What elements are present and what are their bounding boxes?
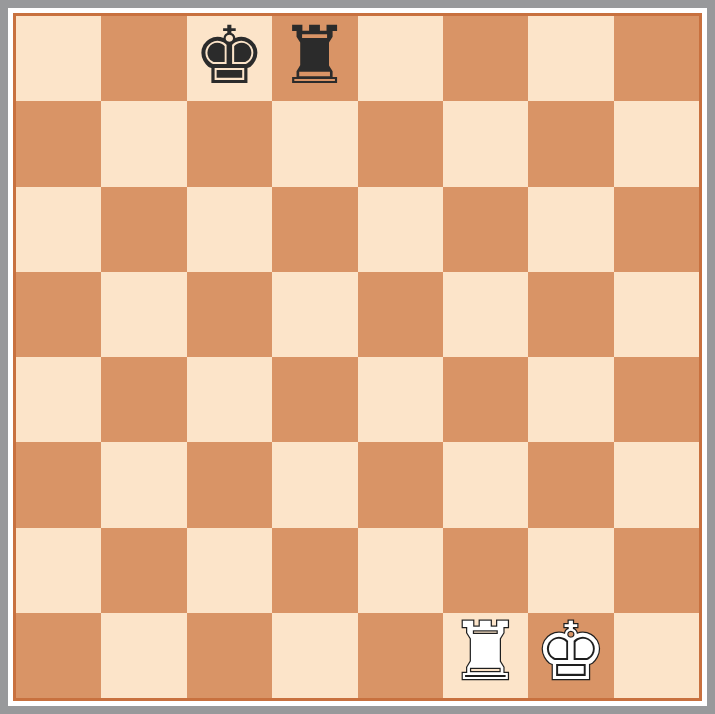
square-h5[interactable] [614, 272, 699, 357]
square-a7[interactable] [16, 101, 101, 186]
square-a6[interactable] [16, 187, 101, 272]
square-g3[interactable] [528, 442, 613, 527]
square-d5[interactable] [272, 272, 357, 357]
square-e8[interactable] [358, 16, 443, 101]
square-c7[interactable] [187, 101, 272, 186]
square-h1[interactable] [614, 613, 699, 698]
frame-gap: ♚♜♜♚ [8, 8, 707, 706]
square-c4[interactable] [187, 357, 272, 442]
square-f8[interactable] [443, 16, 528, 101]
square-a8[interactable] [16, 16, 101, 101]
piece-black-rook[interactable]: ♜ [279, 16, 351, 96]
square-g4[interactable] [528, 357, 613, 442]
square-c5[interactable] [187, 272, 272, 357]
square-a3[interactable] [16, 442, 101, 527]
square-c2[interactable] [187, 528, 272, 613]
chess-board: ♚♜♜♚ [16, 16, 699, 698]
square-b6[interactable] [101, 187, 186, 272]
square-e1[interactable] [358, 613, 443, 698]
square-h3[interactable] [614, 442, 699, 527]
square-c8[interactable]: ♚ [187, 16, 272, 101]
square-g7[interactable] [528, 101, 613, 186]
square-e4[interactable] [358, 357, 443, 442]
square-b7[interactable] [101, 101, 186, 186]
square-h2[interactable] [614, 528, 699, 613]
square-b1[interactable] [101, 613, 186, 698]
square-a5[interactable] [16, 272, 101, 357]
square-g8[interactable] [528, 16, 613, 101]
square-d6[interactable] [272, 187, 357, 272]
square-g1[interactable]: ♚ [528, 613, 613, 698]
square-h4[interactable] [614, 357, 699, 442]
square-a2[interactable] [16, 528, 101, 613]
square-f3[interactable] [443, 442, 528, 527]
square-d8[interactable]: ♜ [272, 16, 357, 101]
square-h7[interactable] [614, 101, 699, 186]
square-f5[interactable] [443, 272, 528, 357]
square-g5[interactable] [528, 272, 613, 357]
square-e7[interactable] [358, 101, 443, 186]
square-b4[interactable] [101, 357, 186, 442]
square-b8[interactable] [101, 16, 186, 101]
square-c1[interactable] [187, 613, 272, 698]
square-d4[interactable] [272, 357, 357, 442]
square-d7[interactable] [272, 101, 357, 186]
square-c6[interactable] [187, 187, 272, 272]
board-border: ♚♜♜♚ [13, 13, 702, 701]
square-e3[interactable] [358, 442, 443, 527]
square-d2[interactable] [272, 528, 357, 613]
square-b2[interactable] [101, 528, 186, 613]
square-g6[interactable] [528, 187, 613, 272]
square-f4[interactable] [443, 357, 528, 442]
square-g2[interactable] [528, 528, 613, 613]
square-e5[interactable] [358, 272, 443, 357]
square-d1[interactable] [272, 613, 357, 698]
square-c3[interactable] [187, 442, 272, 527]
square-b5[interactable] [101, 272, 186, 357]
square-f7[interactable] [443, 101, 528, 186]
square-d3[interactable] [272, 442, 357, 527]
board-frame: ♚♜♜♚ [0, 0, 715, 714]
piece-black-king[interactable]: ♚ [194, 16, 266, 96]
square-e6[interactable] [358, 187, 443, 272]
square-a4[interactable] [16, 357, 101, 442]
square-f2[interactable] [443, 528, 528, 613]
piece-white-king[interactable]: ♚ [535, 613, 607, 693]
square-e2[interactable] [358, 528, 443, 613]
square-h6[interactable] [614, 187, 699, 272]
square-h8[interactable] [614, 16, 699, 101]
square-a1[interactable] [16, 613, 101, 698]
square-f6[interactable] [443, 187, 528, 272]
square-f1[interactable]: ♜ [443, 613, 528, 698]
piece-white-rook[interactable]: ♜ [450, 613, 522, 693]
square-b3[interactable] [101, 442, 186, 527]
